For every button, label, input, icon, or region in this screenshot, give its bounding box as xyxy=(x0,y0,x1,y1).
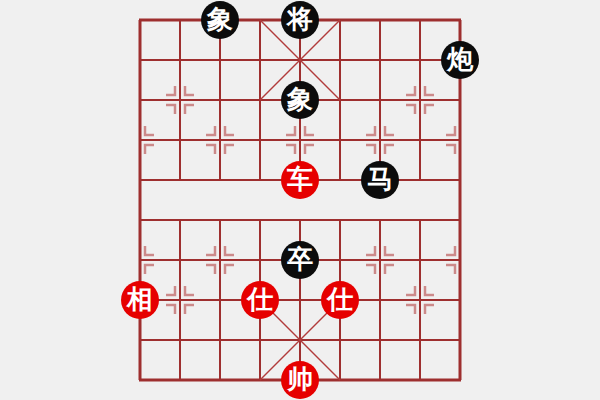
red-general[interactable]: 帅 xyxy=(281,361,319,399)
black-elephant-1[interactable]: 象 xyxy=(201,1,239,39)
red-advisor-1[interactable]: 仕 xyxy=(241,281,279,319)
black-elephant-2[interactable]: 象 xyxy=(281,81,319,119)
red-elephant[interactable]: 相 xyxy=(121,281,159,319)
black-cannon[interactable]: 炮 xyxy=(441,41,479,79)
black-horse[interactable]: 马 xyxy=(361,161,399,199)
xiangqi-board[interactable]: 象将炮象车马卒相仕仕帅 xyxy=(120,0,480,400)
black-soldier[interactable]: 卒 xyxy=(281,241,319,279)
black-general[interactable]: 将 xyxy=(281,1,319,39)
xiangqi-board-screen: 象将炮象车马卒相仕仕帅 xyxy=(0,0,600,400)
red-advisor-2[interactable]: 仕 xyxy=(321,281,359,319)
red-chariot[interactable]: 车 xyxy=(281,161,319,199)
